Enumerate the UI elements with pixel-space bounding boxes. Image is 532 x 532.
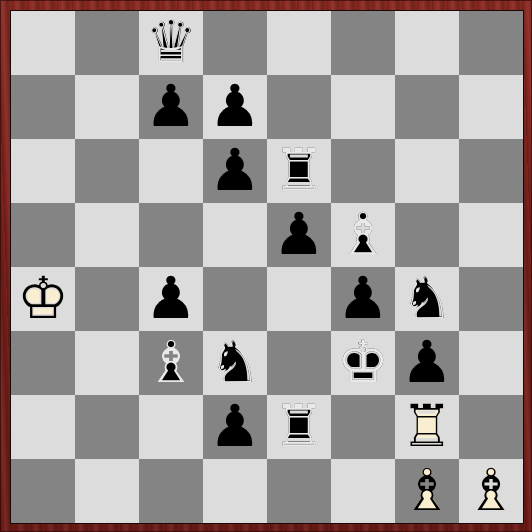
square-a3[interactable]: [11, 331, 75, 395]
black-bishop-outline-icon: ♗: [139, 331, 203, 395]
black-rook-outline-icon: ♖: [267, 395, 331, 459]
square-c8[interactable]: ♛♕: [139, 11, 203, 75]
black-pawn-icon: ♟: [203, 395, 267, 459]
square-e4[interactable]: [267, 267, 331, 331]
square-d1[interactable]: [203, 459, 267, 523]
black-pawn-g3[interactable]: ♟: [395, 331, 459, 395]
square-a4[interactable]: ♚♔: [11, 267, 75, 331]
white-bishop-outline-icon: ♗: [459, 459, 523, 523]
white-rook-outline-icon: ♖: [395, 395, 459, 459]
square-b3[interactable]: [75, 331, 139, 395]
square-b7[interactable]: [75, 75, 139, 139]
white-king-outline-icon: ♔: [11, 267, 75, 331]
square-h4[interactable]: [459, 267, 523, 331]
black-pawn-icon: ♟: [139, 75, 203, 139]
black-pawn-d2[interactable]: ♟: [203, 395, 267, 459]
black-bishop-c3[interactable]: ♝♗: [139, 331, 203, 395]
square-g6[interactable]: [395, 139, 459, 203]
square-e6[interactable]: ♜♖: [267, 139, 331, 203]
black-pawn-c7[interactable]: ♟: [139, 75, 203, 139]
square-g4[interactable]: ♞♘: [395, 267, 459, 331]
square-g1[interactable]: ♝♗: [395, 459, 459, 523]
black-queen-c8[interactable]: ♛♕: [139, 11, 203, 75]
square-f7[interactable]: [331, 75, 395, 139]
black-pawn-f4[interactable]: ♟: [331, 267, 395, 331]
square-h3[interactable]: [459, 331, 523, 395]
square-b2[interactable]: [75, 395, 139, 459]
white-bishop-h1[interactable]: ♝♗: [459, 459, 523, 523]
square-h8[interactable]: [459, 11, 523, 75]
black-bishop-outline-icon: ♗: [331, 203, 395, 267]
square-d7[interactable]: ♟: [203, 75, 267, 139]
square-e2[interactable]: ♜♖: [267, 395, 331, 459]
square-c7[interactable]: ♟: [139, 75, 203, 139]
black-pawn-icon: ♟: [203, 75, 267, 139]
black-bishop-f5[interactable]: ♝♗: [331, 203, 395, 267]
square-c2[interactable]: [139, 395, 203, 459]
square-c1[interactable]: [139, 459, 203, 523]
black-knight-g4[interactable]: ♞♘: [395, 267, 459, 331]
square-c6[interactable]: [139, 139, 203, 203]
square-c3[interactable]: ♝♗: [139, 331, 203, 395]
square-f1[interactable]: [331, 459, 395, 523]
square-f8[interactable]: [331, 11, 395, 75]
square-h2[interactable]: [459, 395, 523, 459]
square-e3[interactable]: [267, 331, 331, 395]
square-f5[interactable]: ♝♗: [331, 203, 395, 267]
square-f6[interactable]: [331, 139, 395, 203]
square-g5[interactable]: [395, 203, 459, 267]
square-c5[interactable]: [139, 203, 203, 267]
square-d3[interactable]: ♞♘: [203, 331, 267, 395]
square-b6[interactable]: [75, 139, 139, 203]
square-a6[interactable]: [11, 139, 75, 203]
square-d8[interactable]: [203, 11, 267, 75]
square-d6[interactable]: ♟: [203, 139, 267, 203]
white-bishop-outline-icon: ♗: [395, 459, 459, 523]
square-d5[interactable]: [203, 203, 267, 267]
square-a5[interactable]: [11, 203, 75, 267]
white-rook-g2[interactable]: ♜♖: [395, 395, 459, 459]
square-f4[interactable]: ♟: [331, 267, 395, 331]
black-pawn-icon: ♟: [331, 267, 395, 331]
square-e7[interactable]: [267, 75, 331, 139]
white-king-a4[interactable]: ♚♔: [11, 267, 75, 331]
black-king-outline-icon: ♔: [331, 331, 395, 395]
chess-board[interactable]: ♛♕♟♟♟♜♖♟♝♗♚♔♟♟♞♘♝♗♞♘♚♔♟♟♜♖♜♖♝♗♝♗: [10, 10, 524, 524]
square-d2[interactable]: ♟: [203, 395, 267, 459]
square-d4[interactable]: [203, 267, 267, 331]
black-king-f3[interactable]: ♚♔: [331, 331, 395, 395]
square-h7[interactable]: [459, 75, 523, 139]
black-pawn-icon: ♟: [395, 331, 459, 395]
square-b5[interactable]: [75, 203, 139, 267]
black-pawn-icon: ♟: [203, 139, 267, 203]
square-f2[interactable]: [331, 395, 395, 459]
square-g3[interactable]: ♟: [395, 331, 459, 395]
square-e1[interactable]: [267, 459, 331, 523]
black-pawn-d7[interactable]: ♟: [203, 75, 267, 139]
square-a8[interactable]: [11, 11, 75, 75]
square-f3[interactable]: ♚♔: [331, 331, 395, 395]
square-b8[interactable]: [75, 11, 139, 75]
white-bishop-g1[interactable]: ♝♗: [395, 459, 459, 523]
black-knight-outline-icon: ♘: [203, 331, 267, 395]
black-rook-outline-icon: ♖: [267, 139, 331, 203]
black-knight-d3[interactable]: ♞♘: [203, 331, 267, 395]
square-g7[interactable]: [395, 75, 459, 139]
square-g8[interactable]: [395, 11, 459, 75]
square-b1[interactable]: [75, 459, 139, 523]
square-a1[interactable]: [11, 459, 75, 523]
black-pawn-d6[interactable]: ♟: [203, 139, 267, 203]
black-knight-outline-icon: ♘: [395, 267, 459, 331]
square-e8[interactable]: [267, 11, 331, 75]
black-pawn-icon: ♟: [139, 267, 203, 331]
square-a7[interactable]: [11, 75, 75, 139]
chess-app: ♛♕♟♟♟♜♖♟♝♗♚♔♟♟♞♘♝♗♞♘♚♔♟♟♜♖♜♖♝♗♝♗: [0, 0, 532, 532]
square-h6[interactable]: [459, 139, 523, 203]
black-pawn-icon: ♟: [267, 203, 331, 267]
square-g2[interactable]: ♜♖: [395, 395, 459, 459]
square-e5[interactable]: ♟: [267, 203, 331, 267]
black-rook-e6[interactable]: ♜♖: [267, 139, 331, 203]
square-h5[interactable]: [459, 203, 523, 267]
black-pawn-c4[interactable]: ♟: [139, 267, 203, 331]
square-c4[interactable]: ♟: [139, 267, 203, 331]
square-b4[interactable]: [75, 267, 139, 331]
square-a2[interactable]: [11, 395, 75, 459]
black-pawn-e5[interactable]: ♟: [267, 203, 331, 267]
black-rook-e2[interactable]: ♜♖: [267, 395, 331, 459]
black-queen-outline-icon: ♕: [139, 11, 203, 75]
square-h1[interactable]: ♝♗: [459, 459, 523, 523]
